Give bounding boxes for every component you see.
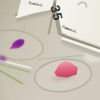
pink-specimen-reflection [50,77,62,83]
photo-frame: Bone limb, sec. 35 Pancreas, sec. [0,0,100,100]
front-label-number: 35 [49,4,63,22]
